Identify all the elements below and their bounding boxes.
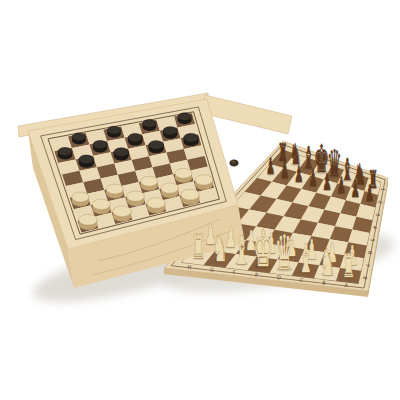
chess-piece-dark-pawn[interactable]: ♟: [365, 180, 374, 206]
piece-glyph: ♟: [308, 165, 317, 191]
chess-piece-white-queen[interactable]: ♛: [275, 225, 294, 280]
lid-knob[interactable]: [229, 159, 238, 166]
lid-knob-highlight: [231, 161, 235, 164]
checker-piece-dark[interactable]: [58, 148, 72, 160]
checker-piece-dark[interactable]: [79, 155, 94, 168]
checker-piece-light[interactable]: [161, 183, 179, 198]
piece-glyph: ♟: [337, 173, 346, 199]
checker-top: [143, 120, 157, 128]
checker-top: [195, 175, 213, 185]
checker-top: [161, 183, 179, 193]
checker-top: [72, 192, 89, 202]
chess-piece-dark-pawn[interactable]: ♟: [280, 158, 289, 184]
piece-glyph: ♟: [323, 169, 332, 195]
checker-piece-dark[interactable]: [143, 120, 157, 131]
checker-top: [128, 134, 142, 142]
chess-piece-dark-pawn[interactable]: ♟: [308, 165, 317, 191]
checker-piece-dark[interactable]: [93, 141, 107, 153]
checker-top: [92, 199, 110, 209]
piece-glyph: ♟: [365, 180, 374, 206]
checker-piece-light[interactable]: [79, 214, 97, 230]
piece-glyph: ♟: [294, 161, 303, 187]
checker-piece-light[interactable]: [106, 184, 123, 198]
checker-piece-light[interactable]: [195, 175, 213, 190]
chess-piece-dark-pawn[interactable]: ♟: [323, 169, 332, 195]
piece-glyph: ♟: [351, 176, 360, 202]
checker-piece-light[interactable]: [113, 206, 131, 222]
checker-piece-dark[interactable]: [163, 127, 177, 139]
checker-top: [113, 206, 131, 217]
checker-piece-light[interactable]: [181, 189, 199, 205]
checker-piece-light[interactable]: [127, 191, 145, 206]
piece-glyph: ♝: [298, 236, 314, 281]
checker-top: [147, 198, 165, 209]
board-games-illustration: HGFEDCBA12345678♜♞♝♛♚♝♞♜♟♟♟♟♟♟♟♟♟♟♟♟♟♟♟♟…: [0, 0, 400, 400]
chess-piece-white-rook[interactable]: ♜: [192, 229, 205, 266]
chess-piece-white-bishop[interactable]: ♝: [234, 227, 250, 272]
chess-piece-white-rook[interactable]: ♜: [342, 248, 355, 285]
file-label-H: H: [187, 264, 192, 270]
checker-top: [127, 191, 145, 201]
checker-top: [79, 214, 97, 225]
checker-top: [58, 148, 72, 156]
chess-piece-white-bishop[interactable]: ♝: [298, 236, 314, 281]
checker-piece-light[interactable]: [141, 176, 158, 190]
checker-top: [93, 141, 107, 149]
checker-piece-dark[interactable]: [149, 141, 164, 154]
product-photo-scene: HGFEDCBA12345678♜♞♝♛♚♝♞♜♟♟♟♟♟♟♟♟♟♟♟♟♟♟♟♟…: [0, 0, 400, 400]
piece-glyph: ♚: [253, 220, 273, 278]
checker-top: [149, 141, 164, 150]
checker-top: [184, 133, 199, 142]
checker-piece-light[interactable]: [175, 168, 192, 182]
checker-piece-dark[interactable]: [184, 133, 199, 146]
piece-glyph: ♜: [342, 248, 355, 285]
chess-piece-dark-pawn[interactable]: ♟: [337, 173, 346, 199]
piece-glyph: ♟: [266, 154, 275, 180]
checker-piece-dark[interactable]: [107, 126, 121, 137]
checker-top: [114, 148, 129, 157]
piece-glyph: ♜: [192, 229, 205, 266]
chess-piece-dark-pawn[interactable]: ♟: [294, 161, 303, 187]
checker-piece-dark[interactable]: [72, 133, 86, 144]
piece-glyph: ♟: [280, 158, 289, 184]
checker-piece-light[interactable]: [72, 192, 89, 206]
checker-top: [106, 184, 123, 194]
checker-piece-light[interactable]: [147, 198, 165, 214]
chess-piece-white-knight[interactable]: ♞: [320, 240, 335, 284]
chess-piece-dark-pawn[interactable]: ♟: [351, 176, 360, 202]
piece-glyph: ♞: [320, 240, 335, 284]
checker-top: [79, 155, 94, 164]
checker-piece-dark[interactable]: [114, 148, 129, 161]
chess-piece-white-king[interactable]: ♚: [253, 220, 273, 278]
piece-glyph: ♞: [213, 226, 228, 270]
chess-piece-white-knight[interactable]: ♞: [213, 226, 228, 270]
checker-top: [178, 113, 192, 121]
checker-piece-dark[interactable]: [178, 113, 192, 124]
checker-piece-dark[interactable]: [128, 134, 142, 146]
checker-top: [72, 133, 86, 141]
checker-top: [181, 189, 199, 200]
checker-top: [107, 126, 121, 134]
checker-piece-light[interactable]: [92, 199, 110, 214]
checker-top: [163, 127, 177, 135]
chess-piece-dark-pawn[interactable]: ♟: [266, 154, 275, 180]
checker-top: [141, 176, 158, 186]
piece-glyph: ♛: [275, 225, 294, 280]
checker-top: [175, 168, 192, 178]
piece-glyph: ♝: [234, 227, 250, 272]
